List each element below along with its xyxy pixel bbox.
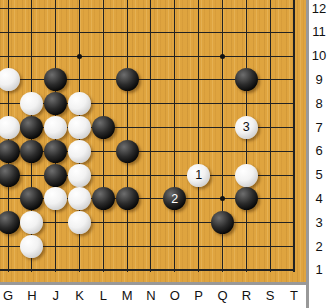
grid-line-horizontal: [0, 8, 295, 9]
column-label-J: J: [46, 288, 66, 304]
column-label-K: K: [69, 288, 89, 304]
grid-line-horizontal: [0, 222, 295, 223]
black-stone-L7[interactable]: [92, 116, 115, 139]
row-label-12: 12: [307, 1, 331, 17]
row-label-4: 4: [307, 191, 331, 207]
go-board[interactable]: [0, 0, 306, 282]
column-label-Q: Q: [212, 288, 232, 304]
grid-line-vertical: [270, 0, 271, 272]
column-label-M: M: [117, 288, 137, 304]
grid-line-horizontal: [0, 56, 295, 57]
white-stone-R5[interactable]: [235, 164, 258, 187]
column-label-O: O: [165, 288, 185, 304]
go-board-screenshot: 312 121110987654321GHJKLMNOPQRST: [0, 0, 332, 308]
move-number-label: 2: [171, 193, 178, 206]
grid-line-horizontal: [0, 246, 295, 247]
star-point: [220, 54, 225, 59]
row-label-1: 1: [307, 262, 331, 278]
black-stone-J5[interactable]: [44, 164, 67, 187]
column-label-R: R: [236, 288, 256, 304]
column-label-N: N: [141, 288, 161, 304]
row-label-6: 6: [307, 143, 331, 159]
black-stone-M6[interactable]: [116, 140, 139, 163]
row-label-3: 3: [307, 215, 331, 231]
white-stone-K7[interactable]: [68, 116, 91, 139]
black-stone-M9[interactable]: [116, 68, 139, 91]
column-label-P: P: [189, 288, 209, 304]
star-point: [77, 54, 82, 59]
white-stone-K5[interactable]: [68, 164, 91, 187]
column-label-L: L: [93, 288, 113, 304]
row-label-2: 2: [307, 239, 331, 255]
black-stone-M4[interactable]: [116, 187, 139, 210]
grid-line-horizontal: [0, 269, 295, 271]
move-number-label: 3: [243, 121, 250, 134]
grid-line-vertical: [174, 0, 175, 272]
grid-line-vertical: [198, 0, 199, 272]
column-label-H: H: [22, 288, 42, 304]
move-number-label: 1: [195, 169, 202, 182]
white-stone-R7[interactable]: 3: [235, 116, 258, 139]
row-label-5: 5: [307, 167, 331, 183]
black-stone-J6[interactable]: [44, 140, 67, 163]
row-label-8: 8: [307, 96, 331, 112]
white-stone-G7[interactable]: [0, 116, 20, 139]
white-stone-K6[interactable]: [68, 140, 91, 163]
column-label-S: S: [260, 288, 280, 304]
row-label-9: 9: [307, 72, 331, 88]
grid-line-vertical: [293, 0, 295, 272]
black-stone-G5[interactable]: [0, 164, 20, 187]
row-label-7: 7: [307, 120, 331, 136]
white-stone-P5[interactable]: 1: [187, 164, 210, 187]
grid-line-vertical: [127, 0, 128, 272]
grid-line-horizontal: [0, 32, 295, 33]
grid-line-vertical: [150, 0, 151, 272]
column-label-T: T: [284, 288, 304, 304]
column-label-G: G: [0, 288, 18, 304]
black-stone-G6[interactable]: [0, 140, 20, 163]
row-label-10: 10: [307, 48, 331, 64]
row-label-11: 11: [307, 24, 331, 40]
